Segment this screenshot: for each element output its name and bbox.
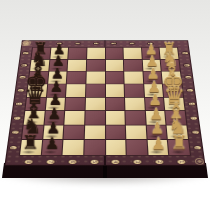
coordinate-label: 3 bbox=[135, 160, 141, 163]
rank-medallion-far: 3 bbox=[129, 42, 136, 45]
rank-medallion-near: 3 bbox=[132, 159, 142, 165]
square[interactable] bbox=[85, 111, 104, 125]
coordinate-label: 4 bbox=[112, 42, 117, 44]
coordinate-label: 5 bbox=[91, 160, 97, 163]
coordinate-label: 8 bbox=[26, 160, 32, 163]
square[interactable] bbox=[106, 125, 126, 139]
board-grid: ♜♟♟♜♞♟♟♞♝♟♟♝♚♟♟♚♛♟♟♛♝♟♟♝♞♟♟♞♜♟♟♜ bbox=[19, 47, 191, 155]
square[interactable]: ♟ bbox=[41, 140, 62, 155]
chess-board: ♜♟♟♜♞♟♟♞♝♟♟♝♚♟♟♚♛♟♟♛♝♟♟♝♞♟♟♞♜♟♟♜ 8765432… bbox=[4, 40, 205, 165]
rank-medallion-near: 2 bbox=[154, 159, 164, 165]
rank-medallion-near: 1 bbox=[176, 159, 186, 165]
rank-medallion-far: 1 bbox=[165, 42, 172, 45]
coordinate-label: 8 bbox=[39, 42, 44, 44]
square[interactable] bbox=[105, 59, 123, 70]
rank-medallion-near: 4 bbox=[111, 159, 121, 165]
square[interactable] bbox=[86, 72, 104, 84]
coordinate-label: g bbox=[21, 64, 26, 66]
coordinate-label: 3 bbox=[130, 42, 135, 44]
coordinate-label: h bbox=[23, 52, 28, 54]
square[interactable] bbox=[106, 140, 126, 155]
rank-medallion-near: 5 bbox=[89, 159, 99, 165]
coordinate-label: 1 bbox=[178, 160, 184, 163]
white-rook-piece[interactable]: ♜ bbox=[163, 133, 196, 153]
corner-rosette-ornament bbox=[194, 158, 204, 165]
square[interactable] bbox=[87, 59, 105, 70]
rank-medallion-near: 8 bbox=[24, 159, 34, 165]
rank-medallion-near: 7 bbox=[46, 159, 56, 165]
square[interactable] bbox=[85, 97, 104, 110]
coordinate-label: h bbox=[182, 52, 187, 54]
rank-medallion-far: 7 bbox=[56, 42, 63, 45]
square[interactable] bbox=[105, 48, 123, 59]
coordinate-label: 1 bbox=[166, 42, 171, 44]
coordinate-label: f bbox=[20, 77, 25, 78]
square[interactable] bbox=[87, 48, 105, 59]
coordinate-label: f bbox=[185, 77, 190, 78]
coordinate-label: 2 bbox=[156, 160, 162, 163]
coordinate-label: 7 bbox=[57, 42, 62, 44]
rank-medallion-far: 8 bbox=[38, 42, 45, 45]
rank-medallion-near: 6 bbox=[67, 159, 77, 165]
square[interactable] bbox=[106, 111, 125, 125]
rank-medallion-far: 6 bbox=[75, 42, 82, 45]
rank-medallion-far: 4 bbox=[111, 42, 117, 45]
square[interactable] bbox=[86, 84, 105, 96]
coordinate-label: 5 bbox=[94, 42, 99, 44]
coordinate-label: 2 bbox=[148, 42, 153, 44]
square[interactable] bbox=[84, 140, 104, 155]
coordinate-label: 4 bbox=[113, 160, 119, 163]
coordinate-label: 6 bbox=[70, 160, 76, 163]
rank-medallion-far: 5 bbox=[93, 42, 99, 45]
chessboard-photo: ♜♟♟♜♞♟♟♞♝♟♟♝♚♟♟♚♛♟♟♛♝♟♟♝♞♟♟♞♜♟♟♜ 8765432… bbox=[0, 0, 210, 210]
black-pawn-piece[interactable]: ♟ bbox=[35, 136, 68, 152]
square[interactable] bbox=[105, 72, 123, 84]
square[interactable]: ♜ bbox=[168, 140, 190, 155]
square[interactable] bbox=[85, 125, 105, 139]
square[interactable] bbox=[105, 84, 124, 96]
coordinate-label: 6 bbox=[75, 42, 80, 44]
square[interactable] bbox=[106, 97, 125, 110]
rank-medallion-far: 2 bbox=[147, 42, 154, 45]
coordinate-label: g bbox=[184, 64, 189, 66]
coordinate-label: 7 bbox=[48, 160, 54, 163]
